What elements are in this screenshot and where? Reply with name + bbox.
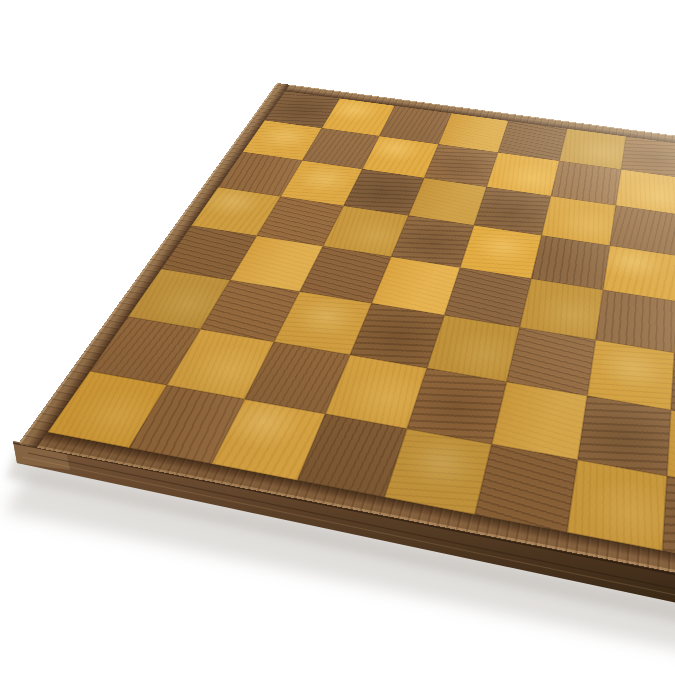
photo-stage — [0, 0, 675, 675]
